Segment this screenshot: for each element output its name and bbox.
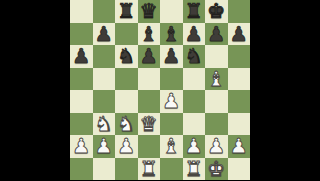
square-g7[interactable]: ♟ (205, 23, 228, 46)
piece-black-king-g8[interactable]: ♚ (207, 0, 225, 23)
square-g1[interactable]: ♚ (205, 158, 228, 181)
piece-black-rook-f8[interactable]: ♜ (185, 0, 203, 23)
square-f7[interactable]: ♟ (183, 23, 206, 46)
piece-white-rook-f1[interactable]: ♜ (185, 158, 203, 181)
piece-white-bishop-g5[interactable]: ♝ (207, 68, 225, 91)
square-f8[interactable]: ♜ (183, 0, 206, 23)
square-c8[interactable]: ♜ (115, 0, 138, 23)
piece-white-pawn-c2[interactable]: ♟ (117, 135, 135, 158)
square-h5[interactable] (228, 68, 251, 91)
piece-white-pawn-f2[interactable]: ♟ (185, 135, 203, 158)
square-h1[interactable] (228, 158, 251, 181)
square-a8[interactable] (70, 0, 93, 23)
square-h8[interactable] (228, 0, 251, 23)
chess-board: ♜♛♜♚♟♝♝♟♟♟♟♞♟♟♞♝♟♞♞♛♟♟♟♝♟♟♟♜♜♚ (70, 0, 250, 180)
square-a6[interactable]: ♟ (70, 45, 93, 68)
square-e7[interactable]: ♝ (160, 23, 183, 46)
square-b7[interactable]: ♟ (93, 23, 116, 46)
square-d6[interactable]: ♟ (138, 45, 161, 68)
square-b1[interactable] (93, 158, 116, 181)
square-b4[interactable] (93, 90, 116, 113)
piece-black-pawn-a6[interactable]: ♟ (72, 45, 90, 68)
square-e5[interactable] (160, 68, 183, 91)
piece-white-queen-d3[interactable]: ♛ (140, 113, 158, 136)
piece-black-pawn-h7[interactable]: ♟ (230, 23, 248, 46)
square-b2[interactable]: ♟ (93, 135, 116, 158)
square-f4[interactable] (183, 90, 206, 113)
piece-white-king-g1[interactable]: ♚ (207, 158, 225, 181)
square-a7[interactable] (70, 23, 93, 46)
piece-black-pawn-d6[interactable]: ♟ (140, 45, 158, 68)
square-e1[interactable] (160, 158, 183, 181)
square-d1[interactable]: ♜ (138, 158, 161, 181)
square-e4[interactable]: ♟ (160, 90, 183, 113)
square-a1[interactable] (70, 158, 93, 181)
square-a4[interactable] (70, 90, 93, 113)
piece-white-bishop-e2[interactable]: ♝ (162, 135, 180, 158)
square-c6[interactable]: ♞ (115, 45, 138, 68)
square-f6[interactable]: ♞ (183, 45, 206, 68)
square-f5[interactable] (183, 68, 206, 91)
square-d3[interactable]: ♛ (138, 113, 161, 136)
square-e3[interactable] (160, 113, 183, 136)
square-g3[interactable] (205, 113, 228, 136)
piece-white-pawn-a2[interactable]: ♟ (72, 135, 90, 158)
square-c4[interactable] (115, 90, 138, 113)
square-f1[interactable]: ♜ (183, 158, 206, 181)
square-b6[interactable] (93, 45, 116, 68)
piece-black-rook-c8[interactable]: ♜ (117, 0, 135, 23)
piece-black-pawn-f7[interactable]: ♟ (185, 23, 203, 46)
square-c3[interactable]: ♞ (115, 113, 138, 136)
piece-black-pawn-b7[interactable]: ♟ (95, 23, 113, 46)
square-c5[interactable] (115, 68, 138, 91)
square-d8[interactable]: ♛ (138, 0, 161, 23)
piece-white-pawn-b2[interactable]: ♟ (95, 135, 113, 158)
square-f2[interactable]: ♟ (183, 135, 206, 158)
square-h7[interactable]: ♟ (228, 23, 251, 46)
square-c2[interactable]: ♟ (115, 135, 138, 158)
square-d5[interactable] (138, 68, 161, 91)
piece-white-pawn-h2[interactable]: ♟ (230, 135, 248, 158)
square-f3[interactable] (183, 113, 206, 136)
square-h3[interactable] (228, 113, 251, 136)
piece-black-bishop-e7[interactable]: ♝ (162, 23, 180, 46)
square-a2[interactable]: ♟ (70, 135, 93, 158)
piece-white-knight-b3[interactable]: ♞ (95, 113, 113, 136)
square-e6[interactable]: ♟ (160, 45, 183, 68)
square-c1[interactable] (115, 158, 138, 181)
square-b3[interactable]: ♞ (93, 113, 116, 136)
piece-black-pawn-e6[interactable]: ♟ (162, 45, 180, 68)
square-g5[interactable]: ♝ (205, 68, 228, 91)
piece-black-knight-f6[interactable]: ♞ (185, 45, 203, 68)
square-e2[interactable]: ♝ (160, 135, 183, 158)
piece-white-pawn-e4[interactable]: ♟ (162, 90, 180, 113)
piece-white-knight-c3[interactable]: ♞ (117, 113, 135, 136)
piece-black-queen-d8[interactable]: ♛ (140, 0, 158, 23)
square-g4[interactable] (205, 90, 228, 113)
piece-black-knight-c6[interactable]: ♞ (117, 45, 135, 68)
square-h6[interactable] (228, 45, 251, 68)
square-b5[interactable] (93, 68, 116, 91)
game-screen: ♜♛♜♚♟♝♝♟♟♟♟♞♟♟♞♝♟♞♞♛♟♟♟♝♟♟♟♜♜♚ (0, 0, 320, 180)
square-h2[interactable]: ♟ (228, 135, 251, 158)
piece-white-pawn-g2[interactable]: ♟ (207, 135, 225, 158)
square-h4[interactable] (228, 90, 251, 113)
square-d7[interactable]: ♝ (138, 23, 161, 46)
square-b8[interactable] (93, 0, 116, 23)
piece-white-rook-d1[interactable]: ♜ (140, 158, 158, 181)
square-g8[interactable]: ♚ (205, 0, 228, 23)
piece-black-bishop-d7[interactable]: ♝ (140, 23, 158, 46)
square-g6[interactable] (205, 45, 228, 68)
square-a5[interactable] (70, 68, 93, 91)
square-g2[interactable]: ♟ (205, 135, 228, 158)
square-d2[interactable] (138, 135, 161, 158)
square-c7[interactable] (115, 23, 138, 46)
square-e8[interactable] (160, 0, 183, 23)
square-a3[interactable] (70, 113, 93, 136)
piece-black-pawn-g7[interactable]: ♟ (207, 23, 225, 46)
square-d4[interactable] (138, 90, 161, 113)
